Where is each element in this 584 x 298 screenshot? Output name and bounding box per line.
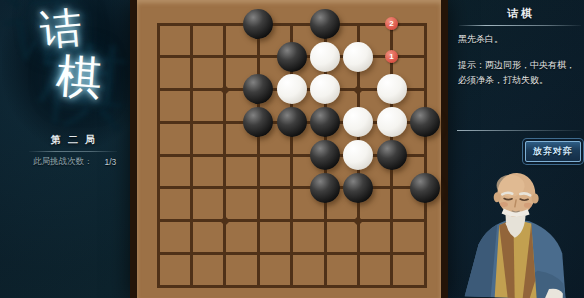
- point-6-8[interactable]: [342, 270, 375, 298]
- point-8-7[interactable]: [408, 237, 441, 270]
- black-stone: ●: [310, 9, 340, 39]
- black-stone: ●: [310, 173, 340, 203]
- black-stone: ●: [343, 173, 373, 203]
- point-1-3[interactable]: [175, 106, 208, 139]
- point-5-3[interactable]: ●: [308, 106, 341, 139]
- point-1-5[interactable]: [175, 171, 208, 204]
- point-8-5[interactable]: ●: [408, 171, 441, 204]
- go-board: ●●2●○○1●○○○●●●○○●●○●●●●: [130, 0, 448, 298]
- point-6-6[interactable]: [342, 204, 375, 237]
- point-7-6[interactable]: [375, 204, 408, 237]
- point-6-1[interactable]: ○: [342, 40, 375, 73]
- attempts-label: 此局挑战次数：: [33, 156, 93, 168]
- point-7-0[interactable]: 2: [375, 8, 408, 41]
- point-0-1[interactable]: [142, 40, 175, 73]
- panel-title: 诘棋: [455, 6, 584, 21]
- black-stone: ●: [310, 107, 340, 137]
- point-8-2[interactable]: [408, 73, 441, 106]
- point-5-0[interactable]: ●: [308, 8, 341, 41]
- black-stone: ●: [243, 9, 273, 39]
- point-7-3[interactable]: ○: [375, 106, 408, 139]
- point-8-1[interactable]: [408, 40, 441, 73]
- point-1-4[interactable]: [175, 139, 208, 172]
- point-4-1[interactable]: ●: [275, 40, 308, 73]
- board-grid: ●●2●○○1●○○○●●●○○●●○●●●●: [142, 8, 442, 298]
- point-8-3[interactable]: ●: [408, 106, 441, 139]
- point-3-5[interactable]: [242, 171, 275, 204]
- puzzle-objective: 黑先杀白。: [458, 33, 582, 46]
- point-6-0[interactable]: [342, 8, 375, 41]
- black-stone: ●: [377, 140, 407, 170]
- point-6-3[interactable]: ○: [342, 106, 375, 139]
- white-stone: ○: [277, 74, 307, 104]
- point-4-6[interactable]: [275, 204, 308, 237]
- point-8-6[interactable]: [408, 204, 441, 237]
- move-marker-1: 1: [385, 50, 398, 63]
- point-0-5[interactable]: [142, 171, 175, 204]
- point-0-6[interactable]: [142, 204, 175, 237]
- puzzle-info-panel: 诘棋 黑先杀白。 提示：两边同形，中央有棋，必须净杀，打劫失败。 放弃对弈: [455, 0, 584, 298]
- point-3-4[interactable]: [242, 139, 275, 172]
- point-7-4[interactable]: ●: [375, 139, 408, 172]
- point-7-7[interactable]: [375, 237, 408, 270]
- black-stone: ●: [410, 173, 440, 203]
- calligraphy-char-1: 诘: [38, 6, 84, 52]
- white-stone: ○: [377, 74, 407, 104]
- point-3-2[interactable]: ●: [242, 73, 275, 106]
- point-2-1[interactable]: [208, 40, 241, 73]
- point-6-5[interactable]: ●: [342, 171, 375, 204]
- point-6-4[interactable]: ○: [342, 139, 375, 172]
- point-0-3[interactable]: [142, 106, 175, 139]
- give-up-button[interactable]: 放弃对弈: [525, 141, 581, 162]
- black-stone: ●: [277, 107, 307, 137]
- white-stone: ○: [310, 42, 340, 72]
- point-1-7[interactable]: [175, 237, 208, 270]
- puzzle-hint: 提示：两边同形，中央有棋，必须净杀，打劫失败。: [458, 58, 582, 87]
- point-4-3[interactable]: ●: [275, 106, 308, 139]
- point-2-7[interactable]: [208, 237, 241, 270]
- panel-title-divider: [459, 25, 581, 26]
- point-2-3[interactable]: [208, 106, 241, 139]
- point-5-8[interactable]: [308, 270, 341, 298]
- npc-portrait: [452, 160, 584, 298]
- point-5-2[interactable]: ○: [308, 73, 341, 106]
- point-2-4[interactable]: [208, 139, 241, 172]
- attempts-counter: 此局挑战次数： 1/3: [33, 156, 133, 168]
- point-6-2[interactable]: [342, 73, 375, 106]
- point-1-8[interactable]: [175, 270, 208, 298]
- board-surface: ●●2●○○1●○○○●●●○○●●○●●●●: [147, 5, 440, 298]
- white-stone: ○: [343, 107, 373, 137]
- point-4-5[interactable]: [275, 171, 308, 204]
- point-7-5[interactable]: [375, 171, 408, 204]
- point-4-8[interactable]: [275, 270, 308, 298]
- point-3-7[interactable]: [242, 237, 275, 270]
- left-panel-divider: [29, 151, 117, 152]
- black-stone: ●: [310, 140, 340, 170]
- point-5-7[interactable]: [308, 237, 341, 270]
- point-3-3[interactable]: ●: [242, 106, 275, 139]
- point-0-4[interactable]: [142, 139, 175, 172]
- point-2-0[interactable]: [208, 8, 241, 41]
- puzzle-title-calligraphy: 诘 棋 诘 棋: [10, 0, 128, 140]
- point-8-0[interactable]: [408, 8, 441, 41]
- point-3-1[interactable]: [242, 40, 275, 73]
- point-5-4[interactable]: ●: [308, 139, 341, 172]
- point-1-1[interactable]: [175, 40, 208, 73]
- point-1-0[interactable]: [175, 8, 208, 41]
- game-screen: { "game": "go", "board": { "size": 9, "p…: [0, 0, 584, 298]
- point-2-2[interactable]: [208, 73, 241, 106]
- point-8-4[interactable]: [408, 139, 441, 172]
- point-3-8[interactable]: [242, 270, 275, 298]
- point-8-8[interactable]: [408, 270, 441, 298]
- move-marker-2: 2: [385, 17, 398, 30]
- point-1-6[interactable]: [175, 204, 208, 237]
- black-stone: ●: [277, 42, 307, 72]
- point-2-5[interactable]: [208, 171, 241, 204]
- stage-label: 第二局: [8, 133, 138, 147]
- point-5-5[interactable]: ●: [308, 171, 341, 204]
- point-4-2[interactable]: ○: [275, 73, 308, 106]
- point-0-7[interactable]: [142, 237, 175, 270]
- point-0-0[interactable]: [142, 8, 175, 41]
- attempts-value: 1/3: [105, 157, 117, 167]
- black-stone: ●: [243, 74, 273, 104]
- white-stone: ○: [343, 42, 373, 72]
- point-6-7[interactable]: [342, 237, 375, 270]
- point-4-7[interactable]: [275, 237, 308, 270]
- point-5-6[interactable]: [308, 204, 341, 237]
- point-7-8[interactable]: [375, 270, 408, 298]
- point-4-4[interactable]: [275, 139, 308, 172]
- point-5-1[interactable]: ○: [308, 40, 341, 73]
- point-3-0[interactable]: ●: [242, 8, 275, 41]
- point-7-1[interactable]: 1: [375, 40, 408, 73]
- point-0-2[interactable]: [142, 73, 175, 106]
- point-4-0[interactable]: [275, 8, 308, 41]
- point-0-8[interactable]: [142, 270, 175, 298]
- white-stone: ○: [310, 74, 340, 104]
- point-7-2[interactable]: ○: [375, 73, 408, 106]
- point-2-8[interactable]: [208, 270, 241, 298]
- calligraphy-char-2: 棋: [54, 52, 103, 101]
- white-stone: ○: [343, 140, 373, 170]
- point-3-6[interactable]: [242, 204, 275, 237]
- point-1-2[interactable]: [175, 73, 208, 106]
- white-stone: ○: [377, 107, 407, 137]
- point-2-6[interactable]: [208, 204, 241, 237]
- black-stone: ●: [243, 107, 273, 137]
- panel-bottom-divider: [457, 130, 581, 131]
- black-stone: ●: [410, 107, 440, 137]
